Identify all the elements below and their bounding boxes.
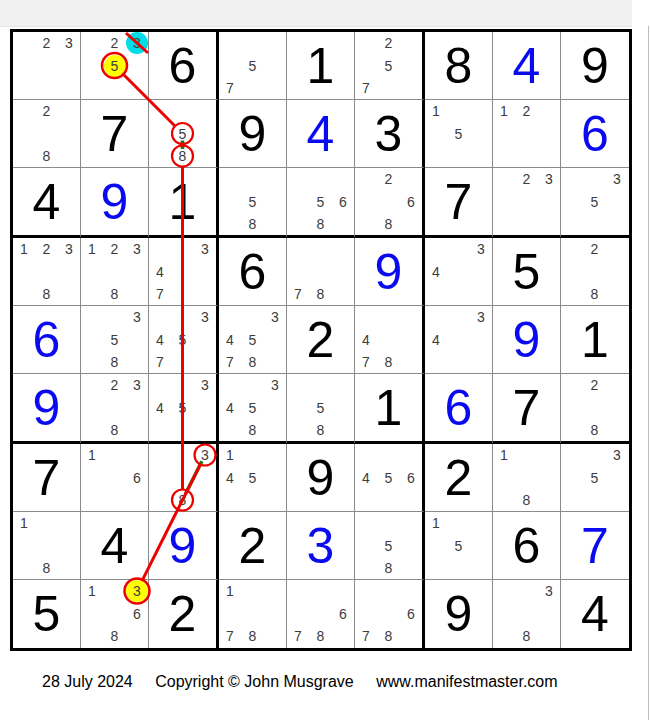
- cell-r5c4[interactable]: 34578: [219, 306, 287, 374]
- candidate-2: 2: [591, 378, 599, 392]
- candidate-8: 8: [385, 629, 393, 643]
- candidate-1: 1: [432, 516, 440, 530]
- cell-r2c1[interactable]: 28: [13, 100, 81, 168]
- cell-r5c2[interactable]: 358: [81, 306, 149, 374]
- candidate-8: 8: [179, 493, 187, 507]
- candidate-2: 2: [385, 36, 393, 50]
- cell-r8c6[interactable]: 58: [355, 512, 425, 580]
- cell-r1c2[interactable]: 235: [81, 32, 149, 100]
- candidate-6: 6: [339, 195, 347, 209]
- footer: 28 July 2024 Copyright © John Musgrave w…: [42, 673, 576, 691]
- candidate-5: 5: [111, 59, 119, 73]
- candidate-3: 3: [65, 242, 73, 256]
- candidate-8: 8: [385, 217, 393, 231]
- candidate-5: 5: [591, 471, 599, 485]
- cell-r8c9[interactable]: 7: [561, 512, 629, 580]
- cell-r4c8[interactable]: 5: [493, 238, 561, 306]
- candidate-8: 8: [523, 493, 531, 507]
- candidate-7: 7: [362, 355, 370, 369]
- candidate-5: 5: [455, 539, 463, 553]
- candidate-4: 4: [432, 333, 440, 347]
- cell-value: 4: [81, 512, 148, 579]
- candidate-1: 1: [500, 104, 508, 118]
- candidate-7: 7: [362, 81, 370, 95]
- cell-r3c8[interactable]: 23: [493, 168, 561, 238]
- candidate-7: 7: [156, 355, 164, 369]
- candidate-7: 7: [156, 287, 164, 301]
- cell-r8c4[interactable]: 2: [219, 512, 287, 580]
- candidate-5: 5: [179, 127, 187, 141]
- candidate-3: 3: [271, 310, 279, 324]
- cell-value: 9: [13, 374, 80, 441]
- cell-value: 6: [493, 512, 560, 579]
- cell-value: 9: [425, 580, 492, 648]
- cell-value: 6: [561, 100, 629, 167]
- candidate-1: 1: [226, 584, 234, 598]
- cell-r9c8[interactable]: 38: [493, 580, 561, 648]
- window-edge: [648, 26, 649, 720]
- cell-r5c3[interactable]: 3457: [149, 306, 219, 374]
- candidate-1: 1: [88, 584, 96, 598]
- top-bar: [0, 0, 632, 27]
- cell-r6c4[interactable]: 3458: [219, 374, 287, 444]
- candidate-8: 8: [43, 561, 51, 575]
- cell-r3c4[interactable]: 58: [219, 168, 287, 238]
- cell-r3c5[interactable]: 568: [287, 168, 355, 238]
- cell-r8c7[interactable]: 15: [425, 512, 493, 580]
- cell-r2c6[interactable]: 3: [355, 100, 425, 168]
- candidate-4: 4: [156, 401, 164, 415]
- cell-r6c7[interactable]: 6: [425, 374, 493, 444]
- cell-r2c9[interactable]: 6: [561, 100, 629, 168]
- candidate-5: 5: [591, 195, 599, 209]
- candidate-7: 7: [226, 355, 234, 369]
- cell-r9c4[interactable]: 178: [219, 580, 287, 648]
- candidate-5: 5: [249, 195, 257, 209]
- cell-r3c2[interactable]: 9: [81, 168, 149, 238]
- cell-r2c3[interactable]: 58: [149, 100, 219, 168]
- cell-r4c3[interactable]: 347: [149, 238, 219, 306]
- candidate-1: 1: [88, 242, 96, 256]
- footer-website: www.manifestmaster.com: [376, 673, 557, 690]
- cell-r4c2[interactable]: 1238: [81, 238, 149, 306]
- cell-value: 4: [287, 100, 354, 167]
- cell-value: 9: [493, 306, 560, 373]
- candidate-3: 3: [613, 172, 621, 186]
- cell-value: 2: [425, 444, 492, 511]
- candidate-5: 5: [179, 401, 187, 415]
- cell-value: 7: [81, 100, 148, 167]
- cell-r7c2[interactable]: 16: [81, 444, 149, 512]
- cell-r5c8[interactable]: 9: [493, 306, 561, 374]
- cell-r2c4[interactable]: 9: [219, 100, 287, 168]
- cell-r2c5[interactable]: 4: [287, 100, 355, 168]
- candidate-2: 2: [523, 172, 531, 186]
- cell-r6c3[interactable]: 345: [149, 374, 219, 444]
- cell-r1c6[interactable]: 257: [355, 32, 425, 100]
- candidate-8: 8: [385, 561, 393, 575]
- candidate-4: 4: [362, 333, 370, 347]
- cell-value: 3: [287, 512, 354, 579]
- cell-r3c6[interactable]: 268: [355, 168, 425, 238]
- cell-value: 9: [355, 238, 422, 305]
- cell-r9c7[interactable]: 9: [425, 580, 493, 648]
- candidate-2: 2: [43, 104, 51, 118]
- cell-value: 4: [493, 32, 560, 99]
- cell-value: 4: [13, 168, 80, 235]
- candidate-8: 8: [385, 355, 393, 369]
- cell-r1c3[interactable]: 6: [149, 32, 219, 100]
- candidate-5: 5: [317, 195, 325, 209]
- candidate-2: 2: [523, 104, 531, 118]
- candidate-8: 8: [591, 287, 599, 301]
- cell-value: 1: [355, 374, 422, 441]
- cell-r5c9[interactable]: 1: [561, 306, 629, 374]
- cell-r6c9[interactable]: 28: [561, 374, 629, 444]
- candidate-8: 8: [317, 287, 325, 301]
- cell-r5c5[interactable]: 2: [287, 306, 355, 374]
- candidate-3: 3: [271, 378, 279, 392]
- candidate-7: 7: [226, 629, 234, 643]
- cell-r7c6[interactable]: 456: [355, 444, 425, 512]
- cell-value: 1: [561, 306, 629, 373]
- candidate-2: 2: [385, 172, 393, 186]
- cell-r3c3[interactable]: 1: [149, 168, 219, 238]
- cell-r9c1[interactable]: 5: [13, 580, 81, 648]
- cell-r7c9[interactable]: 35: [561, 444, 629, 512]
- candidate-6: 6: [339, 607, 347, 621]
- candidate-5: 5: [179, 333, 187, 347]
- cell-r4c9[interactable]: 28: [561, 238, 629, 306]
- cell-value: 9: [219, 100, 286, 167]
- cell-r6c8[interactable]: 7: [493, 374, 561, 444]
- candidate-7: 7: [294, 287, 302, 301]
- cell-r7c1[interactable]: 7: [13, 444, 81, 512]
- cell-r2c2[interactable]: 7: [81, 100, 149, 168]
- candidate-7: 7: [226, 81, 234, 95]
- cell-r4c4[interactable]: 6: [219, 238, 287, 306]
- cell-r8c3[interactable]: 9: [149, 512, 219, 580]
- cell-r6c6[interactable]: 1: [355, 374, 425, 444]
- cell-r1c1[interactable]: 23: [13, 32, 81, 100]
- candidate-3: 3: [133, 242, 141, 256]
- candidate-8: 8: [111, 629, 119, 643]
- cell-r4c6[interactable]: 9: [355, 238, 425, 306]
- cell-r7c4[interactable]: 145: [219, 444, 287, 512]
- cell-r7c8[interactable]: 18: [493, 444, 561, 512]
- candidate-5: 5: [249, 471, 257, 485]
- cell-r7c7[interactable]: 2: [425, 444, 493, 512]
- candidate-8: 8: [523, 629, 531, 643]
- cell-r6c5[interactable]: 58: [287, 374, 355, 444]
- cell-value: 4: [561, 580, 629, 648]
- candidate-5: 5: [455, 127, 463, 141]
- candidate-1: 1: [88, 448, 96, 462]
- cell-r1c7[interactable]: 8: [425, 32, 493, 100]
- cell-value: 6: [425, 374, 492, 441]
- cell-value: 2: [219, 512, 286, 579]
- cell-value: 9: [149, 512, 216, 579]
- cell-value: 5: [493, 238, 560, 305]
- candidate-2: 2: [111, 36, 119, 50]
- cell-r9c9[interactable]: 4: [561, 580, 629, 648]
- candidate-7: 7: [294, 629, 302, 643]
- cell-r8c5[interactable]: 3: [287, 512, 355, 580]
- cell-value: 6: [149, 32, 216, 99]
- candidate-2: 2: [111, 242, 119, 256]
- candidate-3: 3: [477, 242, 485, 256]
- candidate-3: 3: [201, 378, 209, 392]
- cell-r1c4[interactable]: 57: [219, 32, 287, 100]
- candidate-8: 8: [111, 423, 119, 437]
- cell-r7c5[interactable]: 9: [287, 444, 355, 512]
- candidate-1: 1: [226, 448, 234, 462]
- candidate-3: 3: [201, 448, 209, 462]
- cell-value: 2: [149, 580, 216, 648]
- sudoku-board: 2323565712578492875894315126491585682687…: [10, 29, 632, 651]
- candidate-7: 7: [362, 629, 370, 643]
- cell-r9c3[interactable]: 2: [149, 580, 219, 648]
- candidate-4: 4: [156, 265, 164, 279]
- cell-r8c2[interactable]: 4: [81, 512, 149, 580]
- cell-value: 6: [13, 306, 80, 373]
- cell-r1c9[interactable]: 9: [561, 32, 629, 100]
- candidate-3: 3: [545, 584, 553, 598]
- candidate-8: 8: [249, 217, 257, 231]
- cell-r5c7[interactable]: 34: [425, 306, 493, 374]
- candidate-8: 8: [249, 355, 257, 369]
- cell-r6c1[interactable]: 9: [13, 374, 81, 444]
- cell-value: 7: [493, 374, 560, 441]
- cell-r8c1[interactable]: 18: [13, 512, 81, 580]
- cell-r9c5[interactable]: 678: [287, 580, 355, 648]
- candidate-3: 3: [201, 242, 209, 256]
- cell-r3c1[interactable]: 4: [13, 168, 81, 238]
- cell-r3c9[interactable]: 35: [561, 168, 629, 238]
- cell-r9c6[interactable]: 678: [355, 580, 425, 648]
- candidate-3: 3: [133, 584, 141, 598]
- cell-r2c7[interactable]: 15: [425, 100, 493, 168]
- candidate-1: 1: [20, 516, 28, 530]
- candidate-6: 6: [133, 607, 141, 621]
- candidate-4: 4: [226, 471, 234, 485]
- candidate-6: 6: [407, 607, 415, 621]
- cell-r4c7[interactable]: 34: [425, 238, 493, 306]
- cell-value: 9: [287, 444, 354, 511]
- candidate-6: 6: [407, 471, 415, 485]
- candidate-3: 3: [477, 310, 485, 324]
- cell-value: 9: [81, 168, 148, 235]
- candidate-4: 4: [156, 333, 164, 347]
- candidate-2: 2: [43, 36, 51, 50]
- candidate-8: 8: [317, 629, 325, 643]
- cell-value: 1: [149, 168, 216, 235]
- candidate-3: 3: [133, 310, 141, 324]
- cell-r4c1[interactable]: 1238: [13, 238, 81, 306]
- cell-value: 5: [13, 580, 80, 648]
- candidate-4: 4: [226, 333, 234, 347]
- candidate-8: 8: [249, 629, 257, 643]
- candidate-8: 8: [317, 423, 325, 437]
- footer-copyright: Copyright © John Musgrave: [155, 673, 354, 690]
- cell-r4c5[interactable]: 78: [287, 238, 355, 306]
- candidate-8: 8: [317, 217, 325, 231]
- candidate-5: 5: [385, 471, 393, 485]
- candidate-3: 3: [613, 448, 621, 462]
- cell-value: 9: [561, 32, 629, 99]
- cell-r5c6[interactable]: 478: [355, 306, 425, 374]
- candidate-4: 4: [432, 265, 440, 279]
- footer-date: 28 July 2024: [42, 673, 133, 690]
- candidate-4: 4: [362, 471, 370, 485]
- candidate-8: 8: [111, 287, 119, 301]
- cell-r3c7[interactable]: 7: [425, 168, 493, 238]
- candidate-6: 6: [407, 195, 415, 209]
- candidate-8: 8: [43, 149, 51, 163]
- candidate-8: 8: [43, 287, 51, 301]
- candidate-8: 8: [111, 355, 119, 369]
- candidate-5: 5: [249, 401, 257, 415]
- cell-r1c5[interactable]: 1: [287, 32, 355, 100]
- candidate-4: 4: [226, 401, 234, 415]
- candidate-1: 1: [500, 448, 508, 462]
- cell-r9c2[interactable]: 1368: [81, 580, 149, 648]
- cell-r6c2[interactable]: 238: [81, 374, 149, 444]
- candidate-5: 5: [385, 59, 393, 73]
- candidate-5: 5: [111, 333, 119, 347]
- candidate-3: 3: [133, 378, 141, 392]
- candidate-6: 6: [133, 471, 141, 485]
- candidate-3: 3: [201, 310, 209, 324]
- candidate-5: 5: [385, 539, 393, 553]
- cell-r1c8[interactable]: 4: [493, 32, 561, 100]
- cell-value: 8: [425, 32, 492, 99]
- candidate-2: 2: [43, 242, 51, 256]
- cell-r2c8[interactable]: 12: [493, 100, 561, 168]
- cell-value: 7: [425, 168, 492, 235]
- cell-value: 7: [561, 512, 629, 579]
- candidate-5: 5: [249, 59, 257, 73]
- cell-value: 2: [287, 306, 354, 373]
- cell-value: 6: [219, 238, 286, 305]
- cell-value: 7: [13, 444, 80, 511]
- candidate-2: 2: [111, 378, 119, 392]
- candidate-8: 8: [591, 423, 599, 437]
- cell-r7c3[interactable]: 38: [149, 444, 219, 512]
- candidate-3: 3: [545, 172, 553, 186]
- candidate-3: 3: [65, 36, 73, 50]
- candidate-1: 1: [432, 104, 440, 118]
- cell-value: 1: [287, 32, 354, 99]
- candidate-1: 1: [20, 242, 28, 256]
- candidate-2: 2: [591, 242, 599, 256]
- cell-r5c1[interactable]: 6: [13, 306, 81, 374]
- candidate-8: 8: [249, 423, 257, 437]
- candidate-5: 5: [317, 401, 325, 415]
- candidate-5: 5: [249, 333, 257, 347]
- cell-r8c8[interactable]: 6: [493, 512, 561, 580]
- candidate-8: 8: [179, 149, 187, 163]
- candidate-3: 3: [133, 36, 141, 50]
- cell-value: 3: [355, 100, 422, 167]
